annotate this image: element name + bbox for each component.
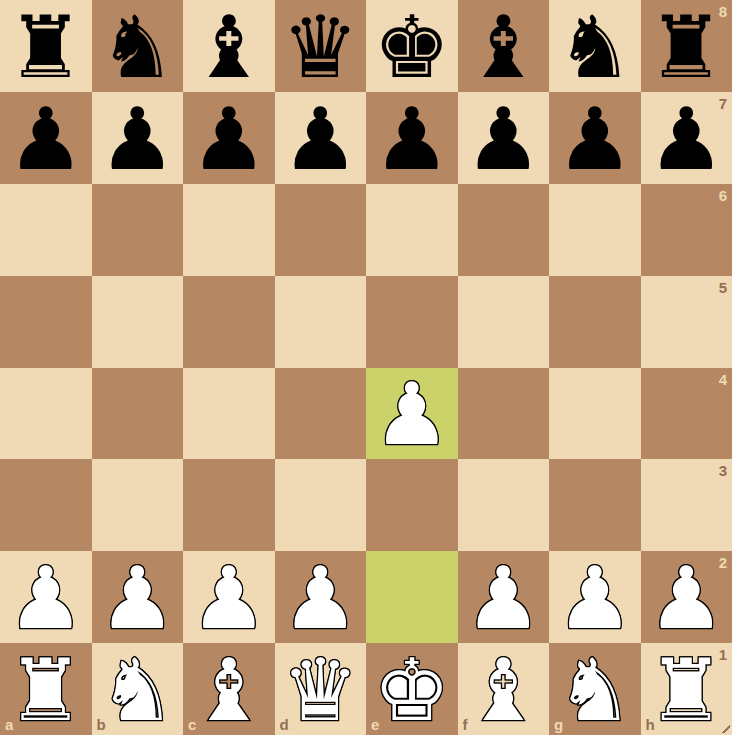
square-g1[interactable]: ♞g: [549, 643, 641, 735]
square-b3[interactable]: [92, 459, 184, 551]
white-queen[interactable]: ♛: [282, 647, 359, 733]
white-knight[interactable]: ♞: [556, 647, 633, 733]
white-pawn[interactable]: ♟: [373, 371, 450, 457]
black-knight[interactable]: ♞: [556, 4, 633, 90]
black-pawn[interactable]: ♟: [282, 96, 359, 182]
square-d2[interactable]: ♟: [275, 551, 367, 643]
black-queen[interactable]: ♛: [282, 4, 359, 90]
square-g8[interactable]: ♞: [549, 0, 641, 92]
square-h5[interactable]: 5: [641, 276, 732, 368]
square-c1[interactable]: ♝c: [183, 643, 275, 735]
square-f6[interactable]: [458, 184, 550, 276]
square-c6[interactable]: [183, 184, 275, 276]
white-pawn[interactable]: ♟: [465, 555, 542, 641]
rank-label-4: 4: [719, 372, 727, 387]
square-c5[interactable]: [183, 276, 275, 368]
square-g4[interactable]: [549, 368, 641, 460]
file-label-g: g: [554, 717, 563, 732]
black-rook[interactable]: ♜: [7, 4, 84, 90]
black-knight[interactable]: ♞: [99, 4, 176, 90]
white-pawn[interactable]: ♟: [190, 555, 267, 641]
file-label-f: f: [463, 717, 468, 732]
square-b1[interactable]: ♞b: [92, 643, 184, 735]
square-g6[interactable]: [549, 184, 641, 276]
file-label-e: e: [371, 717, 379, 732]
rank-label-7: 7: [719, 96, 727, 111]
square-a4[interactable]: [0, 368, 92, 460]
square-e1[interactable]: ♚e: [366, 643, 458, 735]
square-b5[interactable]: [92, 276, 184, 368]
black-bishop[interactable]: ♝: [465, 4, 542, 90]
black-pawn[interactable]: ♟: [556, 96, 633, 182]
white-knight[interactable]: ♞: [99, 647, 176, 733]
square-e7[interactable]: ♟: [366, 92, 458, 184]
square-h4[interactable]: 4: [641, 368, 732, 460]
square-f8[interactable]: ♝: [458, 0, 550, 92]
file-label-c: c: [188, 717, 196, 732]
square-h6[interactable]: 6: [641, 184, 732, 276]
white-bishop[interactable]: ♝: [190, 647, 267, 733]
white-rook[interactable]: ♜: [648, 647, 725, 733]
square-f3[interactable]: [458, 459, 550, 551]
rank-label-3: 3: [719, 463, 727, 478]
square-h3[interactable]: 3: [641, 459, 732, 551]
square-e8[interactable]: ♚: [366, 0, 458, 92]
square-a6[interactable]: [0, 184, 92, 276]
square-f2[interactable]: ♟: [458, 551, 550, 643]
black-pawn[interactable]: ♟: [465, 96, 542, 182]
square-c3[interactable]: [183, 459, 275, 551]
rank-label-8: 8: [719, 4, 727, 19]
chess-board: ♜♞♝♛♚♝♞♜8♟♟♟♟♟♟♟♟765♟43♟♟♟♟♟♟♟2♜a♞b♝c♛d♚…: [0, 0, 732, 735]
black-king[interactable]: ♚: [373, 4, 450, 90]
square-g7[interactable]: ♟: [549, 92, 641, 184]
file-label-b: b: [97, 717, 106, 732]
square-c7[interactable]: ♟: [183, 92, 275, 184]
white-pawn[interactable]: ♟: [282, 555, 359, 641]
black-pawn[interactable]: ♟: [373, 96, 450, 182]
square-h7[interactable]: ♟7: [641, 92, 732, 184]
square-d8[interactable]: ♛: [275, 0, 367, 92]
white-pawn[interactable]: ♟: [556, 555, 633, 641]
square-h8[interactable]: ♜8: [641, 0, 732, 92]
black-pawn[interactable]: ♟: [7, 96, 84, 182]
square-d6[interactable]: [275, 184, 367, 276]
square-e5[interactable]: [366, 276, 458, 368]
black-rook[interactable]: ♜: [648, 4, 725, 90]
rank-label-5: 5: [719, 280, 727, 295]
black-pawn[interactable]: ♟: [99, 96, 176, 182]
square-a8[interactable]: ♜: [0, 0, 92, 92]
square-a1[interactable]: ♜a: [0, 643, 92, 735]
square-h2[interactable]: ♟2: [641, 551, 732, 643]
file-label-h: h: [646, 717, 655, 732]
square-d3[interactable]: [275, 459, 367, 551]
square-c4[interactable]: [183, 368, 275, 460]
square-c8[interactable]: ♝: [183, 0, 275, 92]
file-label-a: a: [5, 717, 13, 732]
rank-label-6: 6: [719, 188, 727, 203]
black-pawn[interactable]: ♟: [190, 96, 267, 182]
square-f5[interactable]: [458, 276, 550, 368]
square-g2[interactable]: ♟: [549, 551, 641, 643]
white-king[interactable]: ♚: [373, 647, 450, 733]
square-b2[interactable]: ♟: [92, 551, 184, 643]
square-d5[interactable]: [275, 276, 367, 368]
square-g3[interactable]: [549, 459, 641, 551]
square-e3[interactable]: [366, 459, 458, 551]
square-e4[interactable]: ♟: [366, 368, 458, 460]
black-pawn[interactable]: ♟: [648, 96, 725, 182]
square-a3[interactable]: [0, 459, 92, 551]
white-pawn[interactable]: ♟: [99, 555, 176, 641]
square-a5[interactable]: [0, 276, 92, 368]
square-d4[interactable]: [275, 368, 367, 460]
square-e6[interactable]: [366, 184, 458, 276]
square-b6[interactable]: [92, 184, 184, 276]
square-f1[interactable]: ♝f: [458, 643, 550, 735]
square-b4[interactable]: [92, 368, 184, 460]
white-pawn[interactable]: ♟: [648, 555, 725, 641]
square-a7[interactable]: ♟: [0, 92, 92, 184]
square-b7[interactable]: ♟: [92, 92, 184, 184]
square-h1[interactable]: ♜1h: [641, 643, 732, 735]
square-d7[interactable]: ♟: [275, 92, 367, 184]
square-f4[interactable]: [458, 368, 550, 460]
square-b8[interactable]: ♞: [92, 0, 184, 92]
square-c2[interactable]: ♟: [183, 551, 275, 643]
square-f7[interactable]: ♟: [458, 92, 550, 184]
white-bishop[interactable]: ♝: [465, 647, 542, 733]
file-label-d: d: [280, 717, 289, 732]
white-rook[interactable]: ♜: [7, 647, 84, 733]
square-d1[interactable]: ♛d: [275, 643, 367, 735]
rank-label-1: 1: [719, 647, 727, 662]
square-a2[interactable]: ♟: [0, 551, 92, 643]
white-pawn[interactable]: ♟: [7, 555, 84, 641]
black-bishop[interactable]: ♝: [190, 4, 267, 90]
square-e2[interactable]: [366, 551, 458, 643]
square-g5[interactable]: [549, 276, 641, 368]
rank-label-2: 2: [719, 555, 727, 570]
